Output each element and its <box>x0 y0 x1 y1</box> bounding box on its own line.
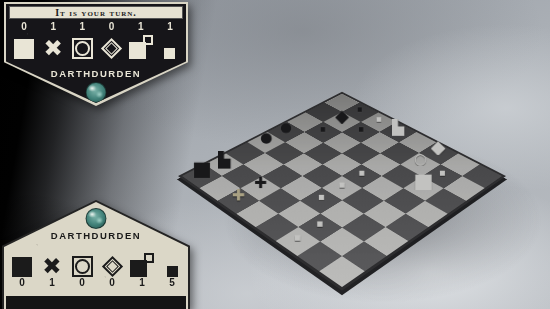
bishop-icon <box>69 33 95 59</box>
queen-glyph: ◆ <box>431 137 446 156</box>
king-icon <box>11 33 37 59</box>
pawn-glyph: ▪ <box>438 168 445 178</box>
square-shape <box>12 257 32 277</box>
capture-slot-knight: 1✖ <box>39 21 67 59</box>
board-scene: ▪▪▙◆◆▪○▪▪■●▪●▪▪▙✚▪■✚▪ <box>176 50 508 302</box>
diamond-shape <box>101 38 122 59</box>
square-f7[interactable] <box>244 153 283 176</box>
king-glyph: ■ <box>413 170 433 191</box>
capture-slot-queen: 0 <box>98 251 126 289</box>
player-panel-top: It is your turn. 01✖1011 DarthDurden <box>4 2 188 106</box>
pawn-glyph: ▪ <box>320 124 326 133</box>
capture-slot-bishop: 0 <box>68 251 96 289</box>
panel-bottom-body: DarthDurden 0✖10015 <box>4 202 188 309</box>
king-icon <box>9 251 35 277</box>
pawn-glyph: ▪ <box>357 105 363 114</box>
x-shape: ✖ <box>42 255 61 277</box>
pawn-icon <box>159 251 185 277</box>
pawn-icon <box>157 33 183 59</box>
rook-glyph: ▙ <box>218 151 231 168</box>
bishop-icon <box>69 251 95 277</box>
rook-glyph: ▙ <box>392 119 404 135</box>
queen-icon <box>99 33 125 59</box>
player-panel-bottom: DarthDurden 0✖10015 <box>2 200 190 309</box>
capture-slot-knight: ✖1 <box>38 251 66 289</box>
capture-slot-rook: 1 <box>128 251 156 289</box>
rook-icon <box>128 33 154 59</box>
capture-slot-bishop: 1 <box>68 21 96 59</box>
king-glyph: ■ <box>192 159 212 180</box>
notched-shape <box>130 253 154 277</box>
pawn-glyph: ▪ <box>357 124 363 133</box>
capture-count-pawn: 1 <box>167 21 173 33</box>
knight-icon: ✖ <box>40 33 66 59</box>
capture-count-queen: 0 <box>109 21 115 33</box>
knight-icon: ✖ <box>39 251 65 277</box>
panel-bottom-bar <box>6 296 186 309</box>
pawn-glyph: ▪ <box>317 218 324 229</box>
knight-glyph: ✚ <box>232 188 245 204</box>
circle-shape <box>72 256 93 277</box>
knight-glyph: ✚ <box>254 176 267 191</box>
square-shape <box>14 39 34 59</box>
pawn-glyph: ▪ <box>318 192 325 202</box>
bishop-glyph: ○ <box>414 152 427 167</box>
panel-top-body: It is your turn. 01✖1011 DarthDurden <box>6 4 186 103</box>
game-screen: ▪▪▙◆◆▪○▪▪■●▪●▪▪▙✚▪■✚▪ It is your turn. 0… <box>0 0 550 309</box>
capture-slot-pawn: 5 <box>158 251 186 289</box>
bishop-glyph: ● <box>260 131 272 145</box>
capture-count-king: 0 <box>19 277 25 289</box>
small-square-shape <box>164 48 175 59</box>
capture-count-bishop: 1 <box>80 21 86 33</box>
capture-count-king: 0 <box>21 21 27 33</box>
turn-status-banner: It is your turn. <box>9 6 183 19</box>
captured-pieces-row-top: 01✖1011 <box>10 21 184 59</box>
x-shape: ✖ <box>44 37 63 59</box>
bishop-glyph: ● <box>280 121 292 135</box>
capture-count-knight: 1 <box>50 21 56 33</box>
notched-shape <box>129 35 153 59</box>
diamond-shape <box>101 256 122 277</box>
capture-count-queen: 0 <box>109 277 115 289</box>
small-square-shape <box>167 266 178 277</box>
player-name-top: DarthDurden <box>6 68 186 79</box>
capture-slot-king: 0 <box>10 21 38 59</box>
capture-count-bishop: 0 <box>79 277 85 289</box>
circle-shape <box>72 38 93 59</box>
queen-icon <box>99 251 125 277</box>
captured-pieces-row-bottom: 0✖10015 <box>8 251 186 289</box>
capture-slot-queen: 0 <box>98 21 126 59</box>
turn-status-text: It is your turn. <box>55 8 137 18</box>
player-avatar-bottom <box>86 208 107 229</box>
pawn-glyph: ▪ <box>375 114 381 123</box>
queen-glyph: ◆ <box>335 107 349 125</box>
pawn-glyph: ▪ <box>339 180 346 190</box>
capture-count-pawn: 5 <box>169 277 175 289</box>
capture-slot-king: 0 <box>8 251 36 289</box>
rook-icon <box>129 251 155 277</box>
pawn-glyph: ▪ <box>359 168 366 178</box>
pawn-glyph: ▪ <box>294 232 301 243</box>
capture-slot-pawn: 1 <box>156 21 184 59</box>
capture-count-rook: 1 <box>139 277 145 289</box>
capture-count-rook: 1 <box>138 21 144 33</box>
capture-slot-rook: 1 <box>127 21 155 59</box>
